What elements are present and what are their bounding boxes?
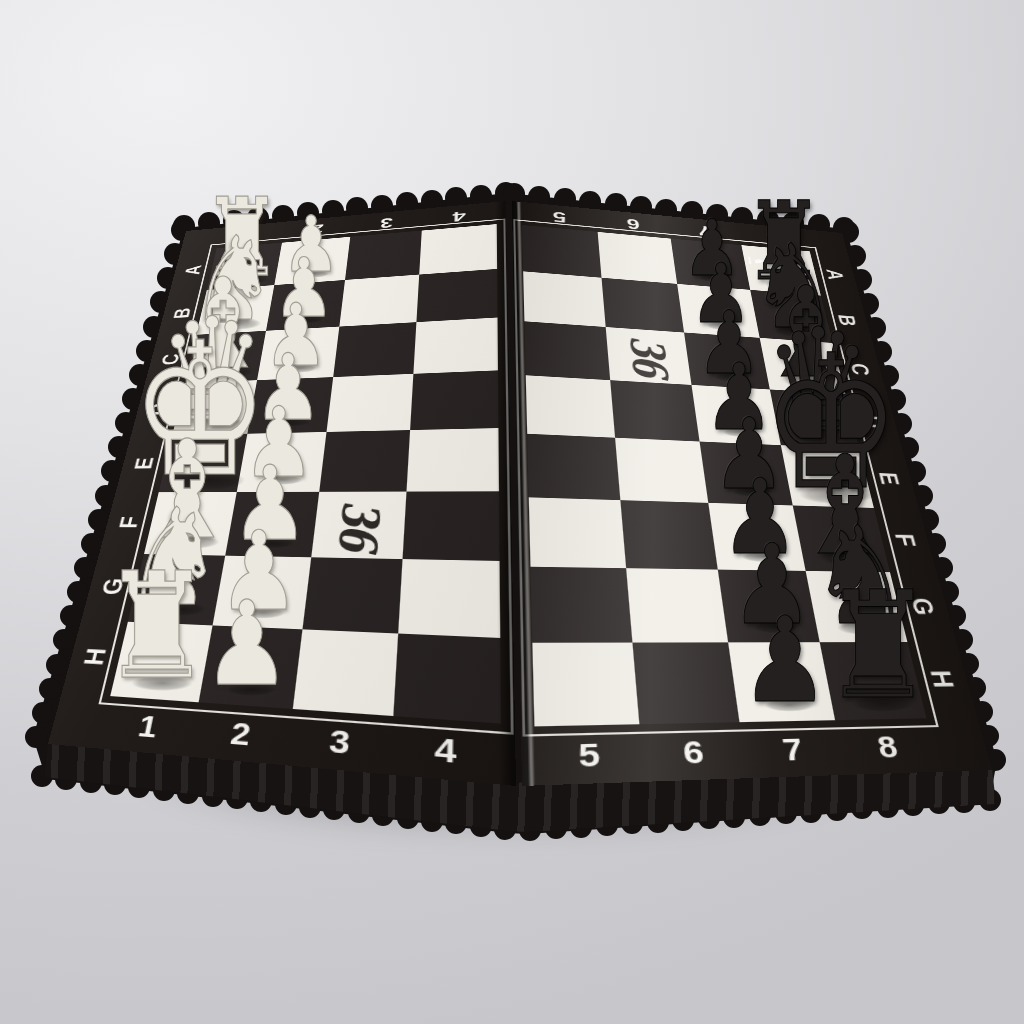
piece-white-pawn-h2[interactable]: ♟	[204, 587, 292, 704]
piece-black-rook-h8[interactable]: ♜	[822, 573, 934, 721]
product-photo-scene: ABCDEFGH1122334436 ABCDEFGH5566778836♞ ♟…	[0, 0, 1024, 1024]
pieces-layer: ♟♟♜♜♟♞♟♞♟♝♟♝♟♛♟♛♟♚♟♚♝♟♟♝♞♟♟♞♜♟♜♟	[0, 0, 1024, 1024]
piece-white-rook-h1[interactable]: ♜	[102, 554, 212, 701]
piece-black-pawn-h7[interactable]: ♟	[741, 601, 830, 719]
